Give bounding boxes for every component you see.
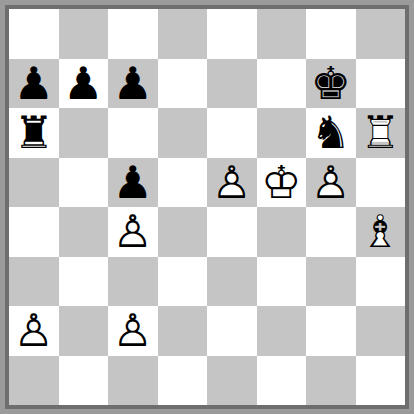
square-g5[interactable]: ♟♙ (306, 158, 356, 208)
square-f6[interactable] (257, 108, 307, 158)
square-a8[interactable] (9, 9, 59, 59)
square-h3[interactable] (356, 257, 406, 307)
white-pawn-outline: ♙ (14, 308, 54, 353)
square-a4[interactable] (9, 207, 59, 257)
white-rook-outline: ♖ (360, 110, 400, 155)
square-d2[interactable] (158, 306, 208, 356)
white-bishop[interactable]: ♝♗ (356, 207, 406, 257)
square-h6[interactable]: ♜♖ (356, 108, 406, 158)
white-pawn[interactable]: ♟♙ (9, 306, 59, 356)
black-knight[interactable]: ♞ (306, 108, 356, 158)
square-h1[interactable] (356, 356, 406, 406)
square-f5[interactable]: ♚♔ (257, 158, 307, 208)
white-pawn[interactable]: ♟♙ (207, 158, 257, 208)
black-pawn[interactable]: ♟ (108, 158, 158, 208)
square-e4[interactable] (207, 207, 257, 257)
square-e6[interactable] (207, 108, 257, 158)
square-e7[interactable] (207, 59, 257, 109)
square-g4[interactable] (306, 207, 356, 257)
square-a7[interactable]: ♟ (9, 59, 59, 109)
square-h8[interactable] (356, 9, 406, 59)
chess-board: ♟♟♟♚♜♞♜♖♟♟♙♚♔♟♙♟♙♝♗♟♙♟♙ (9, 9, 405, 405)
white-pawn[interactable]: ♟♙ (108, 306, 158, 356)
square-h7[interactable] (356, 59, 406, 109)
square-b3[interactable] (59, 257, 109, 307)
square-d7[interactable] (158, 59, 208, 109)
square-f2[interactable] (257, 306, 307, 356)
white-rook[interactable]: ♜♖ (356, 108, 406, 158)
square-d3[interactable] (158, 257, 208, 307)
square-d6[interactable] (158, 108, 208, 158)
white-pawn[interactable]: ♟♙ (306, 158, 356, 208)
square-b1[interactable] (59, 356, 109, 406)
square-a5[interactable] (9, 158, 59, 208)
white-pawn-outline: ♙ (113, 209, 153, 254)
square-a2[interactable]: ♟♙ (9, 306, 59, 356)
square-f1[interactable] (257, 356, 307, 406)
white-pawn-outline: ♙ (212, 160, 252, 205)
square-g8[interactable] (306, 9, 356, 59)
square-b7[interactable]: ♟ (59, 59, 109, 109)
square-b5[interactable] (59, 158, 109, 208)
square-h5[interactable] (356, 158, 406, 208)
square-b8[interactable] (59, 9, 109, 59)
square-c6[interactable] (108, 108, 158, 158)
square-a6[interactable]: ♜ (9, 108, 59, 158)
square-g3[interactable] (306, 257, 356, 307)
square-f3[interactable] (257, 257, 307, 307)
square-e3[interactable] (207, 257, 257, 307)
square-f4[interactable] (257, 207, 307, 257)
square-h2[interactable] (356, 306, 406, 356)
square-g6[interactable]: ♞ (306, 108, 356, 158)
square-f7[interactable] (257, 59, 307, 109)
square-g7[interactable]: ♚ (306, 59, 356, 109)
square-d4[interactable] (158, 207, 208, 257)
square-c5[interactable]: ♟ (108, 158, 158, 208)
white-pawn-outline: ♙ (113, 308, 153, 353)
black-pawn[interactable]: ♟ (108, 59, 158, 109)
square-c2[interactable]: ♟♙ (108, 306, 158, 356)
square-c1[interactable] (108, 356, 158, 406)
square-c8[interactable] (108, 9, 158, 59)
square-g2[interactable] (306, 306, 356, 356)
white-king-outline: ♔ (261, 160, 301, 205)
square-c4[interactable]: ♟♙ (108, 207, 158, 257)
white-pawn-outline: ♙ (311, 160, 351, 205)
square-h4[interactable]: ♝♗ (356, 207, 406, 257)
black-king[interactable]: ♚ (306, 59, 356, 109)
square-a3[interactable] (9, 257, 59, 307)
square-e5[interactable]: ♟♙ (207, 158, 257, 208)
square-d5[interactable] (158, 158, 208, 208)
square-c3[interactable] (108, 257, 158, 307)
square-g1[interactable] (306, 356, 356, 406)
black-pawn[interactable]: ♟ (9, 59, 59, 109)
square-d1[interactable] (158, 356, 208, 406)
square-e2[interactable] (207, 306, 257, 356)
square-b6[interactable] (59, 108, 109, 158)
square-b2[interactable] (59, 306, 109, 356)
square-f8[interactable] (257, 9, 307, 59)
white-bishop-outline: ♗ (360, 209, 400, 254)
black-pawn[interactable]: ♟ (59, 59, 109, 109)
square-b4[interactable] (59, 207, 109, 257)
board-frame: ♟♟♟♚♜♞♜♖♟♟♙♚♔♟♙♟♙♝♗♟♙♟♙ (0, 0, 414, 414)
square-e1[interactable] (207, 356, 257, 406)
square-c7[interactable]: ♟ (108, 59, 158, 109)
white-pawn[interactable]: ♟♙ (108, 207, 158, 257)
board-border: ♟♟♟♚♜♞♜♖♟♟♙♚♔♟♙♟♙♝♗♟♙♟♙ (5, 5, 409, 409)
square-a1[interactable] (9, 356, 59, 406)
square-e8[interactable] (207, 9, 257, 59)
black-rook[interactable]: ♜ (9, 108, 59, 158)
white-king[interactable]: ♚♔ (257, 158, 307, 208)
square-d8[interactable] (158, 9, 208, 59)
